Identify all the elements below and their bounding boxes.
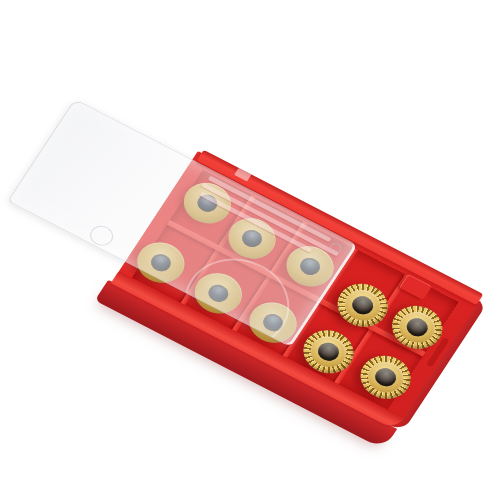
product-photo-canvas xyxy=(0,0,500,500)
lid-molded-dimple xyxy=(86,222,117,249)
